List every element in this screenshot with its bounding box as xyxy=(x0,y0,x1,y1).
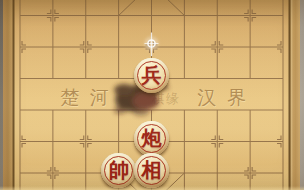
point-h5[interactable] xyxy=(234,94,267,126)
point-h8[interactable] xyxy=(234,189,267,190)
point-f5[interactable] xyxy=(168,94,201,126)
point-h2[interactable] xyxy=(234,0,267,31)
point-c8[interactable] xyxy=(69,189,102,190)
point-b5[interactable] xyxy=(36,94,69,126)
point-i4[interactable] xyxy=(267,63,300,95)
point-h3[interactable] xyxy=(234,31,267,63)
point-i7[interactable] xyxy=(267,157,300,189)
point-b2[interactable] xyxy=(36,0,69,31)
point-i6[interactable] xyxy=(267,126,300,158)
point-f2[interactable] xyxy=(168,0,201,31)
point-a5[interactable] xyxy=(4,94,37,126)
point-a8[interactable] xyxy=(4,189,37,190)
piece-glyph: 帥 xyxy=(101,153,136,188)
point-i3[interactable] xyxy=(267,31,300,63)
point-h4[interactable] xyxy=(234,63,267,95)
point-d5[interactable] xyxy=(102,94,135,126)
point-i8[interactable] xyxy=(267,189,300,190)
point-c3[interactable] xyxy=(69,31,102,63)
point-f6[interactable] xyxy=(168,126,201,158)
point-b8[interactable] xyxy=(36,189,69,190)
point-a2[interactable] xyxy=(4,0,37,31)
point-c4[interactable] xyxy=(69,63,102,95)
point-i2[interactable] xyxy=(267,0,300,31)
point-f7[interactable] xyxy=(168,157,201,189)
xiangqi-board: 楚 河 楚 河 汉 界 汉 界 棋缘 兵 炮 帥 xyxy=(0,0,304,190)
point-b4[interactable] xyxy=(36,63,69,95)
point-g4[interactable] xyxy=(201,63,234,95)
point-g2[interactable] xyxy=(201,0,234,31)
point-e8[interactable] xyxy=(135,189,168,190)
point-b6[interactable] xyxy=(36,126,69,158)
point-f8[interactable] xyxy=(168,189,201,190)
point-g3[interactable] xyxy=(201,31,234,63)
point-d3[interactable] xyxy=(102,31,135,63)
point-c5[interactable] xyxy=(69,94,102,126)
point-c6[interactable] xyxy=(69,126,102,158)
point-a7[interactable] xyxy=(4,157,37,189)
point-d2[interactable] xyxy=(102,0,135,31)
point-b7[interactable] xyxy=(36,157,69,189)
piece-glyph: 相 xyxy=(134,153,169,188)
point-f4[interactable] xyxy=(168,63,201,95)
point-f3[interactable] xyxy=(168,31,201,63)
piece-red-general[interactable]: 帥 xyxy=(101,153,136,188)
point-g6[interactable] xyxy=(201,126,234,158)
piece-red-elephant[interactable]: 相 xyxy=(134,153,169,188)
point-i5[interactable] xyxy=(267,94,300,126)
point-g5[interactable] xyxy=(201,94,234,126)
point-c7[interactable] xyxy=(69,157,102,189)
point-e2[interactable] xyxy=(135,0,168,31)
point-a3[interactable] xyxy=(4,31,37,63)
point-d4[interactable] xyxy=(102,63,135,95)
point-g8[interactable] xyxy=(201,189,234,190)
point-h6[interactable] xyxy=(234,126,267,158)
piece-red-cannon[interactable]: 炮 xyxy=(134,121,169,156)
piece-glyph: 兵 xyxy=(134,58,169,93)
point-h7[interactable] xyxy=(234,157,267,189)
screen-edge-right xyxy=(300,0,304,190)
point-a4[interactable] xyxy=(4,63,37,95)
point-c2[interactable] xyxy=(69,0,102,31)
piece-glyph: 炮 xyxy=(134,121,169,156)
point-d8[interactable] xyxy=(102,189,135,190)
piece-red-soldier[interactable]: 兵 xyxy=(134,58,169,93)
point-b3[interactable] xyxy=(36,31,69,63)
point-a6[interactable] xyxy=(4,126,37,158)
point-g7[interactable] xyxy=(201,157,234,189)
